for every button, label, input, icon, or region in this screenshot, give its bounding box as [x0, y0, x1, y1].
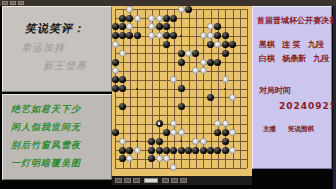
board-intersection[interactable] [244, 40, 251, 49]
board-intersection[interactable] [185, 111, 192, 120]
board-intersection[interactable] [185, 23, 192, 32]
board-intersection[interactable] [148, 119, 155, 128]
board-intersection[interactable] [222, 146, 229, 155]
board-intersection[interactable] [141, 137, 148, 146]
board-intersection[interactable] [200, 31, 207, 40]
board-intersection[interactable] [119, 163, 126, 172]
board-intersection[interactable] [244, 5, 251, 14]
board-intersection[interactable] [141, 111, 148, 120]
board-intersection[interactable] [244, 163, 251, 172]
board-intersection[interactable] [214, 67, 221, 76]
board-intersection[interactable] [229, 5, 236, 14]
prev-10-button[interactable] [124, 178, 131, 183]
board-intersection[interactable] [236, 58, 243, 67]
board-intersection[interactable] [156, 58, 163, 67]
board-intersection[interactable] [214, 155, 221, 164]
board-intersection[interactable] [236, 155, 243, 164]
board-intersection[interactable] [200, 58, 207, 67]
board-intersection[interactable] [214, 31, 221, 40]
go-board[interactable] [112, 6, 252, 176]
board-intersection[interactable] [185, 40, 192, 49]
board-intersection[interactable] [170, 137, 177, 146]
board-intersection[interactable] [148, 137, 155, 146]
board-intersection[interactable] [141, 128, 148, 137]
board-intersection[interactable] [236, 67, 243, 76]
board-intersection[interactable] [112, 163, 119, 172]
board-intersection[interactable] [126, 102, 133, 111]
board-intersection[interactable] [244, 119, 251, 128]
board-intersection[interactable] [207, 14, 214, 23]
board-intersection[interactable] [200, 93, 207, 102]
board-intersection[interactable] [214, 146, 221, 155]
board-intersection[interactable] [229, 163, 236, 172]
board-intersection[interactable] [119, 93, 126, 102]
board-intersection[interactable] [236, 84, 243, 93]
board-intersection[interactable] [185, 5, 192, 14]
board-intersection[interactable] [192, 119, 199, 128]
board-intersection[interactable] [214, 84, 221, 93]
board-intersection[interactable] [236, 23, 243, 32]
board-intersection[interactable] [156, 84, 163, 93]
board-intersection[interactable] [163, 93, 170, 102]
board-intersection[interactable] [229, 111, 236, 120]
board-intersection[interactable] [156, 31, 163, 40]
board-intersection[interactable] [170, 14, 177, 23]
board-intersection[interactable] [222, 40, 229, 49]
board-intersection[interactable] [148, 23, 155, 32]
board-intersection[interactable] [170, 5, 177, 14]
board-intersection[interactable] [112, 14, 119, 23]
board-intersection[interactable] [214, 137, 221, 146]
board-intersection[interactable] [170, 58, 177, 67]
board-intersection[interactable] [141, 119, 148, 128]
board-intersection[interactable] [170, 23, 177, 32]
board-intersection[interactable] [119, 111, 126, 120]
board-intersection[interactable] [207, 23, 214, 32]
board-intersection[interactable] [236, 14, 243, 23]
board-intersection[interactable] [178, 40, 185, 49]
board-intersection[interactable] [163, 137, 170, 146]
board-intersection[interactable] [178, 163, 185, 172]
board-intersection[interactable] [156, 67, 163, 76]
board-intersection[interactable] [178, 111, 185, 120]
board-intersection[interactable] [207, 102, 214, 111]
board-intersection[interactable] [141, 31, 148, 40]
board-intersection[interactable] [134, 14, 141, 23]
board-intersection[interactable] [192, 67, 199, 76]
board-intersection[interactable] [134, 155, 141, 164]
board-intersection[interactable] [244, 146, 251, 155]
board-intersection[interactable] [119, 49, 126, 58]
board-intersection[interactable] [192, 58, 199, 67]
board-intersection[interactable] [156, 102, 163, 111]
board-intersection[interactable] [222, 163, 229, 172]
board-intersection[interactable] [112, 155, 119, 164]
board-intersection[interactable] [126, 93, 133, 102]
board-intersection[interactable] [170, 163, 177, 172]
board-intersection[interactable] [236, 5, 243, 14]
board-intersection[interactable] [134, 67, 141, 76]
board-intersection[interactable] [214, 23, 221, 32]
board-intersection[interactable] [244, 111, 251, 120]
next-10-button[interactable] [171, 178, 178, 183]
board-intersection[interactable] [185, 14, 192, 23]
board-intersection[interactable] [178, 58, 185, 67]
board-intersection[interactable] [178, 75, 185, 84]
board-intersection[interactable] [141, 84, 148, 93]
board-intersection[interactable] [200, 84, 207, 93]
board-intersection[interactable] [229, 67, 236, 76]
board-intersection[interactable] [170, 40, 177, 49]
board-intersection[interactable] [134, 75, 141, 84]
board-intersection[interactable] [185, 137, 192, 146]
board-intersection[interactable] [200, 119, 207, 128]
prev-move-button[interactable] [133, 178, 140, 183]
board-intersection[interactable] [192, 49, 199, 58]
window-minimize-icon[interactable] [10, 1, 16, 5]
board-intersection[interactable] [207, 128, 214, 137]
board-intersection[interactable] [156, 155, 163, 164]
board-intersection[interactable] [229, 128, 236, 137]
board-intersection[interactable] [112, 146, 119, 155]
board-intersection[interactable] [244, 93, 251, 102]
board-intersection[interactable] [148, 128, 155, 137]
board-intersection[interactable] [148, 14, 155, 23]
board-intersection[interactable] [207, 75, 214, 84]
board-intersection[interactable] [222, 119, 229, 128]
board-intersection[interactable] [229, 155, 236, 164]
board-intersection[interactable] [236, 31, 243, 40]
board-intersection[interactable] [192, 5, 199, 14]
board-intersection[interactable] [207, 58, 214, 67]
board-intersection[interactable] [178, 128, 185, 137]
board-intersection[interactable] [112, 137, 119, 146]
board-intersection[interactable] [148, 84, 155, 93]
board-intersection[interactable] [185, 146, 192, 155]
board-intersection[interactable] [163, 14, 170, 23]
board-intersection[interactable] [126, 31, 133, 40]
board-intersection[interactable] [244, 67, 251, 76]
board-intersection[interactable] [126, 40, 133, 49]
board-intersection[interactable] [170, 67, 177, 76]
board-intersection[interactable] [178, 137, 185, 146]
board-intersection[interactable] [148, 49, 155, 58]
board-intersection[interactable] [112, 23, 119, 32]
board-intersection[interactable] [156, 146, 163, 155]
board-intersection[interactable] [156, 23, 163, 32]
board-intersection[interactable] [178, 31, 185, 40]
board-intersection[interactable] [112, 119, 119, 128]
board-intersection[interactable] [148, 58, 155, 67]
board-intersection[interactable] [244, 102, 251, 111]
board-intersection[interactable] [156, 128, 163, 137]
board-intersection[interactable] [214, 58, 221, 67]
board-intersection[interactable] [200, 75, 207, 84]
board-intersection[interactable] [163, 40, 170, 49]
board-intersection[interactable] [112, 75, 119, 84]
board-intersection[interactable] [236, 75, 243, 84]
board-intersection[interactable] [192, 75, 199, 84]
board-intersection[interactable] [178, 84, 185, 93]
board-intersection[interactable] [156, 119, 163, 128]
board-intersection[interactable] [163, 5, 170, 14]
board-intersection[interactable] [134, 58, 141, 67]
board-intersection[interactable] [156, 111, 163, 120]
board-intersection[interactable] [236, 102, 243, 111]
board-intersection[interactable] [185, 93, 192, 102]
board-intersection[interactable] [119, 67, 126, 76]
board-intersection[interactable] [126, 163, 133, 172]
board-intersection[interactable] [163, 128, 170, 137]
board-intersection[interactable] [134, 40, 141, 49]
board-intersection[interactable] [126, 5, 133, 14]
board-intersection[interactable] [214, 5, 221, 14]
board-intersection[interactable] [207, 40, 214, 49]
board-intersection[interactable] [134, 102, 141, 111]
board-intersection[interactable] [156, 14, 163, 23]
board-intersection[interactable] [156, 137, 163, 146]
board-intersection[interactable] [134, 23, 141, 32]
board-intersection[interactable] [192, 163, 199, 172]
board-intersection[interactable] [119, 5, 126, 14]
board-intersection[interactable] [170, 75, 177, 84]
board-intersection[interactable] [148, 93, 155, 102]
board-intersection[interactable] [185, 49, 192, 58]
board-intersection[interactable] [134, 146, 141, 155]
board-intersection[interactable] [126, 23, 133, 32]
board-intersection[interactable] [134, 49, 141, 58]
board-intersection[interactable] [229, 137, 236, 146]
board-intersection[interactable] [200, 163, 207, 172]
board-intersection[interactable] [200, 49, 207, 58]
board-intersection[interactable] [200, 102, 207, 111]
last-move-button[interactable] [180, 178, 187, 183]
board-intersection[interactable] [229, 93, 236, 102]
board-intersection[interactable] [141, 102, 148, 111]
board-intersection[interactable] [119, 155, 126, 164]
board-intersection[interactable] [207, 93, 214, 102]
board-intersection[interactable] [200, 146, 207, 155]
board-intersection[interactable] [126, 84, 133, 93]
board-intersection[interactable] [214, 14, 221, 23]
board-intersection[interactable] [163, 58, 170, 67]
board-intersection[interactable] [214, 119, 221, 128]
board-intersection[interactable] [178, 93, 185, 102]
board-intersection[interactable] [163, 23, 170, 32]
board-intersection[interactable] [222, 93, 229, 102]
board-intersection[interactable] [222, 155, 229, 164]
board-intersection[interactable] [119, 84, 126, 93]
board-intersection[interactable] [236, 163, 243, 172]
board-intersection[interactable] [126, 14, 133, 23]
board-intersection[interactable] [185, 67, 192, 76]
board-intersection[interactable] [192, 23, 199, 32]
board-intersection[interactable] [207, 119, 214, 128]
board-intersection[interactable] [178, 14, 185, 23]
board-intersection[interactable] [236, 119, 243, 128]
next-move-button[interactable] [162, 178, 169, 183]
board-intersection[interactable] [119, 14, 126, 23]
board-intersection[interactable] [112, 111, 119, 120]
board-intersection[interactable] [119, 40, 126, 49]
board-intersection[interactable] [229, 23, 236, 32]
board-intersection[interactable] [192, 31, 199, 40]
board-intersection[interactable] [141, 58, 148, 67]
board-intersection[interactable] [192, 40, 199, 49]
board-intersection[interactable] [185, 58, 192, 67]
board-intersection[interactable] [200, 5, 207, 14]
board-intersection[interactable] [236, 111, 243, 120]
board-intersection[interactable] [222, 31, 229, 40]
board-intersection[interactable] [112, 93, 119, 102]
board-intersection[interactable] [222, 137, 229, 146]
board-intersection[interactable] [163, 31, 170, 40]
board-intersection[interactable] [163, 111, 170, 120]
board-intersection[interactable] [185, 163, 192, 172]
board-intersection[interactable] [126, 49, 133, 58]
board-intersection[interactable] [126, 137, 133, 146]
board-intersection[interactable] [244, 14, 251, 23]
board-intersection[interactable] [192, 155, 199, 164]
board-intersection[interactable] [244, 23, 251, 32]
board-intersection[interactable] [185, 119, 192, 128]
board-intersection[interactable] [178, 23, 185, 32]
board-intersection[interactable] [185, 84, 192, 93]
board-intersection[interactable] [244, 84, 251, 93]
board-intersection[interactable] [141, 67, 148, 76]
board-intersection[interactable] [192, 102, 199, 111]
board-intersection[interactable] [222, 84, 229, 93]
first-move-button[interactable] [115, 178, 122, 183]
window-menu-icon[interactable] [2, 1, 8, 5]
board-intersection[interactable] [126, 155, 133, 164]
board-intersection[interactable] [112, 5, 119, 14]
board-intersection[interactable] [112, 84, 119, 93]
board-intersection[interactable] [163, 67, 170, 76]
board-intersection[interactable] [126, 128, 133, 137]
board-intersection[interactable] [222, 75, 229, 84]
board-intersection[interactable] [126, 146, 133, 155]
board-intersection[interactable] [119, 146, 126, 155]
board-intersection[interactable] [200, 155, 207, 164]
board-intersection[interactable] [229, 84, 236, 93]
board-intersection[interactable] [112, 31, 119, 40]
board-intersection[interactable] [229, 102, 236, 111]
board-intersection[interactable] [222, 58, 229, 67]
board-intersection[interactable] [119, 137, 126, 146]
board-intersection[interactable] [163, 155, 170, 164]
board-intersection[interactable] [134, 163, 141, 172]
board-intersection[interactable] [222, 111, 229, 120]
board-intersection[interactable] [148, 155, 155, 164]
board-intersection[interactable] [148, 5, 155, 14]
board-intersection[interactable] [222, 102, 229, 111]
board-intersection[interactable] [119, 128, 126, 137]
board-intersection[interactable] [236, 40, 243, 49]
board-intersection[interactable] [214, 128, 221, 137]
board-intersection[interactable] [207, 137, 214, 146]
board-intersection[interactable] [244, 137, 251, 146]
board-intersection[interactable] [236, 146, 243, 155]
board-intersection[interactable] [207, 84, 214, 93]
board-intersection[interactable] [229, 119, 236, 128]
board-intersection[interactable] [141, 23, 148, 32]
board-intersection[interactable] [192, 128, 199, 137]
board-intersection[interactable] [222, 67, 229, 76]
board-intersection[interactable] [222, 49, 229, 58]
board-intersection[interactable] [229, 40, 236, 49]
board-intersection[interactable] [214, 49, 221, 58]
board-intersection[interactable] [134, 137, 141, 146]
board-intersection[interactable] [148, 163, 155, 172]
board-intersection[interactable] [185, 102, 192, 111]
board-intersection[interactable] [170, 146, 177, 155]
board-intersection[interactable] [156, 93, 163, 102]
board-intersection[interactable] [134, 5, 141, 14]
board-intersection[interactable] [236, 93, 243, 102]
board-intersection[interactable] [244, 128, 251, 137]
board-intersection[interactable] [200, 67, 207, 76]
board-intersection[interactable] [141, 5, 148, 14]
board-intersection[interactable] [192, 84, 199, 93]
board-intersection[interactable] [170, 84, 177, 93]
board-intersection[interactable] [126, 75, 133, 84]
board-intersection[interactable] [222, 14, 229, 23]
board-intersection[interactable] [134, 93, 141, 102]
board-intersection[interactable] [200, 14, 207, 23]
board-intersection[interactable] [141, 146, 148, 155]
board-intersection[interactable] [141, 75, 148, 84]
board-intersection[interactable] [170, 119, 177, 128]
board-intersection[interactable] [148, 40, 155, 49]
board-intersection[interactable] [156, 49, 163, 58]
board-intersection[interactable] [178, 102, 185, 111]
board-intersection[interactable] [244, 155, 251, 164]
board-intersection[interactable] [163, 102, 170, 111]
board-intersection[interactable] [119, 75, 126, 84]
board-intersection[interactable] [156, 40, 163, 49]
board-intersection[interactable] [178, 119, 185, 128]
board-intersection[interactable] [112, 58, 119, 67]
board-intersection[interactable] [119, 58, 126, 67]
board-intersection[interactable] [192, 93, 199, 102]
board-intersection[interactable] [200, 23, 207, 32]
board-intersection[interactable] [222, 5, 229, 14]
board-intersection[interactable] [236, 49, 243, 58]
board-intersection[interactable] [119, 31, 126, 40]
board-intersection[interactable] [112, 49, 119, 58]
board-intersection[interactable] [207, 67, 214, 76]
board-intersection[interactable] [207, 5, 214, 14]
board-intersection[interactable] [214, 102, 221, 111]
board-intersection[interactable] [178, 146, 185, 155]
board-intersection[interactable] [148, 67, 155, 76]
board-intersection[interactable] [126, 58, 133, 67]
board-intersection[interactable] [214, 40, 221, 49]
board-intersection[interactable] [134, 119, 141, 128]
board-intersection[interactable] [119, 102, 126, 111]
board-intersection[interactable] [236, 128, 243, 137]
board-intersection[interactable] [134, 84, 141, 93]
board-intersection[interactable] [148, 75, 155, 84]
board-intersection[interactable] [236, 137, 243, 146]
board-intersection[interactable] [192, 14, 199, 23]
board-intersection[interactable] [185, 31, 192, 40]
board-intersection[interactable] [156, 163, 163, 172]
board-intersection[interactable] [112, 40, 119, 49]
board-intersection[interactable] [192, 111, 199, 120]
board-intersection[interactable] [163, 119, 170, 128]
